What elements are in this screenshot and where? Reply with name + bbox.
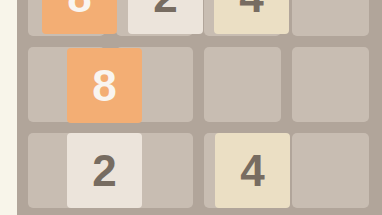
tile-8: 8 [67,48,142,123]
board-2048[interactable]: 8 2 4 8 2 4 [17,0,382,215]
empty-cell [292,47,369,122]
tile-4: 4 [215,133,290,208]
tile-2: 2 [67,133,142,208]
game-viewport: 8 2 4 8 2 4 [0,0,382,215]
tile-2: 2 [128,0,203,34]
empty-cell [292,133,369,208]
empty-cell [204,47,281,122]
tile-8: 8 [42,0,117,34]
empty-cell [292,0,369,36]
tile-4: 4 [214,0,289,34]
